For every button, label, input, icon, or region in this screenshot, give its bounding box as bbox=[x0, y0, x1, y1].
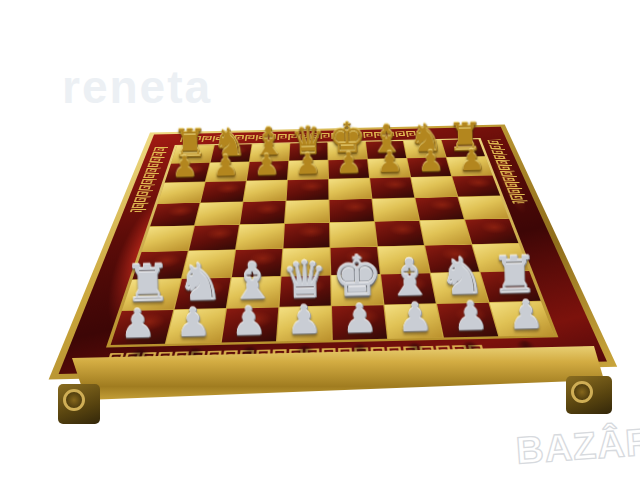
silver-pawn-piece: ♟ bbox=[175, 302, 211, 342]
gold-pawn-piece: ♟ bbox=[458, 146, 485, 176]
silver-pawn-piece: ♟ bbox=[508, 295, 544, 335]
chess-board: ♜♞♝♛♚♝♞♜♟♟♟♟♟♟♟♟♜♞♝♛♚♝♞♜♟♟♟♟♟♟♟♟ bbox=[49, 124, 618, 379]
square-c6 bbox=[244, 180, 287, 201]
board-inner-frame: ♜♞♝♛♚♝♞♜♟♟♟♟♟♟♟♟♜♞♝♛♚♝♞♜♟♟♟♟♟♟♟♟ bbox=[106, 138, 558, 347]
square-b1: ♟ bbox=[166, 309, 226, 344]
square-a7: ♟ bbox=[165, 163, 210, 183]
board-foot-right bbox=[566, 376, 612, 414]
gold-pawn-piece: ♟ bbox=[212, 151, 239, 181]
square-h6 bbox=[452, 175, 500, 196]
square-e7: ♟ bbox=[329, 159, 370, 178]
board-red-border: ♜♞♝♛♚♝♞♜♟♟♟♟♟♟♟♟♜♞♝♛♚♝♞♜♟♟♟♟♟♟♟♟ bbox=[59, 127, 607, 374]
bazar-logo: BAZÂR bbox=[515, 420, 640, 473]
square-f5 bbox=[372, 198, 418, 221]
square-d1: ♟ bbox=[277, 306, 331, 341]
gold-pawn-piece: ♟ bbox=[335, 148, 362, 178]
square-a6 bbox=[158, 182, 205, 203]
board-grid: ♜♞♝♛♚♝♞♜♟♟♟♟♟♟♟♟♜♞♝♛♚♝♞♜♟♟♟♟♟♟♟♟ bbox=[111, 139, 554, 345]
square-a4 bbox=[142, 226, 194, 252]
square-c1: ♟ bbox=[222, 308, 279, 343]
silver-pawn-piece: ♟ bbox=[397, 297, 433, 337]
gold-pawn-piece: ♟ bbox=[376, 147, 403, 177]
silver-pawn-piece: ♟ bbox=[452, 296, 488, 336]
square-f4 bbox=[375, 221, 424, 246]
square-b7: ♟ bbox=[206, 162, 249, 182]
square-f1: ♟ bbox=[385, 304, 443, 339]
silver-pawn-piece: ♟ bbox=[230, 301, 266, 341]
gold-pawn-piece: ♟ bbox=[253, 150, 280, 180]
square-h5 bbox=[458, 196, 509, 219]
gold-pawn-piece: ♟ bbox=[294, 149, 321, 179]
silver-pawn-piece: ♟ bbox=[341, 299, 377, 339]
square-d6 bbox=[287, 179, 329, 200]
gold-pawn-piece: ♟ bbox=[417, 147, 444, 177]
square-h4 bbox=[465, 219, 518, 244]
photo-canvas: reneta bbox=[0, 0, 640, 480]
board-foot-left bbox=[58, 384, 100, 424]
silver-pawn-piece: ♟ bbox=[119, 304, 155, 344]
square-b4 bbox=[189, 225, 239, 251]
gold-pawn-piece: ♟ bbox=[171, 152, 198, 182]
square-a1: ♟ bbox=[111, 310, 174, 345]
square-b6 bbox=[201, 181, 246, 202]
square-d4 bbox=[283, 223, 329, 249]
square-g4 bbox=[420, 220, 471, 245]
square-h7: ♟ bbox=[447, 157, 493, 176]
square-e6 bbox=[329, 178, 371, 199]
square-b5 bbox=[195, 202, 242, 225]
square-h1: ♟ bbox=[490, 302, 554, 337]
square-a5 bbox=[150, 203, 199, 226]
square-e5 bbox=[329, 199, 373, 222]
square-c4 bbox=[236, 224, 284, 250]
square-e1: ♟ bbox=[332, 305, 387, 340]
square-d5 bbox=[285, 200, 329, 223]
watermark-reneta: reneta bbox=[62, 60, 212, 114]
square-f7: ♟ bbox=[368, 158, 410, 177]
square-g7: ♟ bbox=[407, 157, 451, 176]
silver-pawn-piece: ♟ bbox=[286, 300, 322, 340]
square-c5 bbox=[240, 201, 285, 224]
square-g1: ♟ bbox=[437, 303, 498, 338]
square-g5 bbox=[415, 197, 463, 220]
square-d7: ♟ bbox=[288, 160, 328, 180]
board-outer-frame: ♜♞♝♛♚♝♞♜♟♟♟♟♟♟♟♟♜♞♝♛♚♝♞♜♟♟♟♟♟♟♟♟ bbox=[49, 124, 618, 379]
square-g6 bbox=[411, 176, 457, 197]
square-f6 bbox=[370, 177, 414, 198]
square-c7: ♟ bbox=[247, 161, 288, 181]
